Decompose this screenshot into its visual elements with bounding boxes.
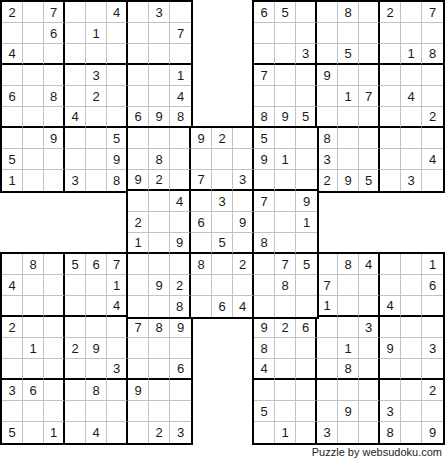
cell-bottom-left-r5c1[interactable] bbox=[2, 338, 23, 359]
cell-bottom-right-r5c5: 1 bbox=[338, 338, 359, 359]
cell-top-right-r3c9: 8 bbox=[422, 44, 443, 65]
cell-center-r8c6[interactable] bbox=[233, 275, 254, 296]
cell-bottom-right-r7c5[interactable] bbox=[338, 380, 359, 401]
cell-center-r1c2[interactable] bbox=[149, 128, 170, 149]
cell-top-right-r2c7[interactable] bbox=[380, 23, 401, 44]
cell-center-r8c1[interactable] bbox=[128, 275, 149, 296]
cell-top-left-r4c8[interactable] bbox=[149, 65, 170, 86]
cell-bottom-left-r1c1[interactable] bbox=[2, 254, 23, 275]
cell-top-right-r5c5: 1 bbox=[338, 86, 359, 107]
cell-center-r7c8: 7 bbox=[275, 254, 296, 275]
cell-bottom-left-r5c8[interactable] bbox=[149, 338, 170, 359]
cell-top-left-r7c4[interactable] bbox=[65, 128, 86, 149]
cell-top-left-r2c6[interactable] bbox=[107, 23, 128, 44]
cell-center-r4c3: 4 bbox=[170, 191, 191, 212]
cell-top-left-r5c9: 4 bbox=[170, 86, 191, 107]
cell-bottom-right-r5c7: 9 bbox=[380, 338, 401, 359]
cell-top-right-r6c4[interactable] bbox=[317, 107, 338, 128]
cell-top-right-r6c8[interactable] bbox=[401, 107, 422, 128]
cell-center-r2c1[interactable] bbox=[128, 149, 149, 170]
cell-bottom-left-r8c7[interactable] bbox=[128, 401, 149, 422]
cell-top-right-r2c6[interactable] bbox=[359, 23, 380, 44]
cell-center-r7c4: 8 bbox=[191, 254, 212, 275]
cell-bottom-right-r8c4[interactable] bbox=[317, 401, 338, 422]
cell-top-left-r9c3[interactable] bbox=[44, 170, 65, 191]
cell-bottom-right-r8c3[interactable] bbox=[296, 401, 317, 422]
cell-top-left-r4c3[interactable] bbox=[44, 65, 65, 86]
cell-top-left-r8c3[interactable] bbox=[44, 149, 65, 170]
cell-bottom-left-r8c1[interactable] bbox=[2, 401, 23, 422]
cell-top-right-r5c6: 7 bbox=[359, 86, 380, 107]
cell-center-r3c9[interactable] bbox=[296, 170, 317, 191]
cell-bottom-right-r4c8[interactable] bbox=[401, 317, 422, 338]
cell-center-r2c5[interactable] bbox=[212, 149, 233, 170]
cell-bottom-left-r5c3[interactable] bbox=[44, 338, 65, 359]
cell-bottom-left-r4c3[interactable] bbox=[44, 317, 65, 338]
cell-top-right-r1c4[interactable] bbox=[317, 2, 338, 23]
cell-bottom-left-r8c8[interactable] bbox=[149, 401, 170, 422]
cell-center-r2c8: 1 bbox=[275, 149, 296, 170]
cell-center-r8c9[interactable] bbox=[296, 275, 317, 296]
cell-center-r5c7[interactable] bbox=[254, 212, 275, 233]
cell-bottom-right-r4c7[interactable] bbox=[380, 317, 401, 338]
cell-top-left-r4c1[interactable] bbox=[2, 65, 23, 86]
cell-center-r4c8[interactable] bbox=[275, 191, 296, 212]
cell-top-right-r7c4: 8 bbox=[317, 128, 338, 149]
cell-bottom-left-r2c3[interactable] bbox=[44, 275, 65, 296]
cell-bottom-left-r5c6[interactable] bbox=[107, 338, 128, 359]
cell-bottom-right-r1c5: 8 bbox=[338, 254, 359, 275]
cell-center-r1c8[interactable] bbox=[275, 128, 296, 149]
cell-top-left-r7c5[interactable] bbox=[86, 128, 107, 149]
cell-center-r7c2[interactable] bbox=[149, 254, 170, 275]
cell-top-left-r1c9[interactable] bbox=[170, 2, 191, 23]
cell-bottom-left-r6c8[interactable] bbox=[149, 359, 170, 380]
cell-center-r5c5[interactable] bbox=[212, 212, 233, 233]
cell-bottom-right-r9c1[interactable] bbox=[254, 422, 275, 443]
cell-bottom-left-r3c1[interactable] bbox=[2, 296, 23, 317]
cell-center-r3c8[interactable] bbox=[275, 170, 296, 191]
cell-top-right-r8c7[interactable] bbox=[380, 149, 401, 170]
cell-top-right-r9c9[interactable] bbox=[422, 170, 443, 191]
cell-center-r3c1: 9 bbox=[128, 170, 149, 191]
cell-bottom-right-r7c1[interactable] bbox=[254, 380, 275, 401]
cell-top-right-r5c4[interactable] bbox=[317, 86, 338, 107]
cell-bottom-right-r9c5[interactable] bbox=[338, 422, 359, 443]
cell-center-r5c1: 2 bbox=[128, 212, 149, 233]
cell-top-left-r9c2[interactable] bbox=[23, 170, 44, 191]
cell-top-right-r1c8[interactable] bbox=[401, 2, 422, 23]
cell-top-left-r5c7[interactable] bbox=[128, 86, 149, 107]
cell-bottom-right-r5c2[interactable] bbox=[275, 338, 296, 359]
cell-top-left-r1c4[interactable] bbox=[65, 2, 86, 23]
cell-bottom-left-r2c1: 4 bbox=[2, 275, 23, 296]
cell-top-left-r3c7[interactable] bbox=[128, 44, 149, 65]
cell-bottom-right-r2c5[interactable] bbox=[338, 275, 359, 296]
cell-bottom-left-r7c3[interactable] bbox=[44, 380, 65, 401]
cell-bottom-right-r5c3[interactable] bbox=[296, 338, 317, 359]
cell-bottom-right-r3c5[interactable] bbox=[338, 296, 359, 317]
cell-top-right-r4c8[interactable] bbox=[401, 65, 422, 86]
cell-center-r7c7[interactable] bbox=[254, 254, 275, 275]
cell-top-right-r2c1[interactable] bbox=[254, 23, 275, 44]
cell-bottom-left-r1c6: 7 bbox=[107, 254, 128, 275]
cell-center-r3c7[interactable] bbox=[254, 170, 275, 191]
cell-bottom-right-r7c8[interactable] bbox=[401, 380, 422, 401]
cell-bottom-left-r2c5[interactable] bbox=[86, 275, 107, 296]
cell-center-r8c5[interactable] bbox=[212, 275, 233, 296]
cell-center-r9c2[interactable] bbox=[149, 296, 170, 317]
cell-top-left-r9c4: 3 bbox=[65, 170, 86, 191]
cell-bottom-left-r4c7: 7 bbox=[128, 317, 149, 338]
cell-bottom-left-r8c5[interactable] bbox=[86, 401, 107, 422]
puzzle-credit: Puzzle by websudoku.com bbox=[312, 446, 442, 458]
cell-top-left-r7c6: 5 bbox=[107, 128, 128, 149]
cell-center-r5c8[interactable] bbox=[275, 212, 296, 233]
cell-top-left-r6c3[interactable] bbox=[44, 107, 65, 128]
cell-top-right-r5c7[interactable] bbox=[380, 86, 401, 107]
cell-bottom-left-r3c6: 4 bbox=[107, 296, 128, 317]
cell-center-r1c5: 2 bbox=[212, 128, 233, 149]
cell-top-right-r8c6[interactable] bbox=[359, 149, 380, 170]
cell-bottom-left-r2c4[interactable] bbox=[65, 275, 86, 296]
cell-top-right-r3c2[interactable] bbox=[275, 44, 296, 65]
cell-center-r3c3[interactable] bbox=[170, 170, 191, 191]
cell-bottom-right-r8c8[interactable] bbox=[401, 401, 422, 422]
cell-center-r9c9[interactable] bbox=[296, 296, 317, 317]
cell-top-left-r7c3: 9 bbox=[44, 128, 65, 149]
cell-center-r3c4: 7 bbox=[191, 170, 212, 191]
cell-top-right-r5c2[interactable] bbox=[275, 86, 296, 107]
cell-top-left-r9c6: 8 bbox=[107, 170, 128, 191]
cell-top-right-r9c6: 5 bbox=[359, 170, 380, 191]
cell-center-r4c1[interactable] bbox=[128, 191, 149, 212]
cell-center-r2c9[interactable] bbox=[296, 149, 317, 170]
cell-top-right-r4c2[interactable] bbox=[275, 65, 296, 86]
cell-center-r3c5[interactable] bbox=[212, 170, 233, 191]
cell-bottom-right-r8c5: 9 bbox=[338, 401, 359, 422]
cell-bottom-left-r9c7[interactable] bbox=[128, 422, 149, 443]
cell-bottom-right-r7c3[interactable] bbox=[296, 380, 317, 401]
cell-top-left-r4c4[interactable] bbox=[65, 65, 86, 86]
cell-bottom-right-r7c9: 2 bbox=[422, 380, 443, 401]
cell-center-r4c2[interactable] bbox=[149, 191, 170, 212]
cell-top-right-r7c5[interactable] bbox=[338, 128, 359, 149]
cell-bottom-left-r4c6[interactable] bbox=[107, 317, 128, 338]
cell-bottom-left-r6c5[interactable] bbox=[86, 359, 107, 380]
cell-center-r6c6[interactable] bbox=[233, 233, 254, 254]
cell-bottom-right-r2c6[interactable] bbox=[359, 275, 380, 296]
cell-top-right-r4c1: 7 bbox=[254, 65, 275, 86]
cell-center-r2c6[interactable] bbox=[233, 149, 254, 170]
cell-bottom-right-r2c7[interactable] bbox=[380, 275, 401, 296]
cell-bottom-left-r8c2[interactable] bbox=[23, 401, 44, 422]
cell-top-left-r2c1[interactable] bbox=[2, 23, 23, 44]
cell-top-left-r7c1[interactable] bbox=[2, 128, 23, 149]
cell-bottom-right-r4c4[interactable] bbox=[317, 317, 338, 338]
cell-top-right-r4c3[interactable] bbox=[296, 65, 317, 86]
cell-top-right-r6c6[interactable] bbox=[359, 107, 380, 128]
cell-center-r6c2[interactable] bbox=[149, 233, 170, 254]
cell-top-left-r3c9[interactable] bbox=[170, 44, 191, 65]
cell-bottom-right-r2c4: 7 bbox=[317, 275, 338, 296]
cell-bottom-right-r5c1: 8 bbox=[254, 338, 275, 359]
cell-bottom-left-r6c2[interactable] bbox=[23, 359, 44, 380]
cell-bottom-right-r5c8[interactable] bbox=[401, 338, 422, 359]
cell-center-r1c6[interactable] bbox=[233, 128, 254, 149]
cell-bottom-right-r5c9: 3 bbox=[422, 338, 443, 359]
cell-top-right-r4c7[interactable] bbox=[380, 65, 401, 86]
cell-bottom-right-r6c6[interactable] bbox=[359, 359, 380, 380]
cell-top-left-r1c7[interactable] bbox=[128, 2, 149, 23]
cell-bottom-left-r7c8[interactable] bbox=[149, 380, 170, 401]
cell-bottom-left-r8c9[interactable] bbox=[170, 401, 191, 422]
cell-center-r9c5: 6 bbox=[212, 296, 233, 317]
cell-center-r1c9[interactable] bbox=[296, 128, 317, 149]
cell-top-right-r4c4: 9 bbox=[317, 65, 338, 86]
cell-bottom-right-r4c9[interactable] bbox=[422, 317, 443, 338]
cell-center-r3c6: 3 bbox=[233, 170, 254, 191]
cell-bottom-right-r6c3[interactable] bbox=[296, 359, 317, 380]
cell-top-left-r2c8[interactable] bbox=[149, 23, 170, 44]
cell-top-left-r1c2[interactable] bbox=[23, 2, 44, 23]
cell-top-left-r5c5: 2 bbox=[86, 86, 107, 107]
cell-bottom-left-r7c6[interactable] bbox=[107, 380, 128, 401]
cell-bottom-right-r6c2[interactable] bbox=[275, 359, 296, 380]
cell-bottom-right-r2c8[interactable] bbox=[401, 275, 422, 296]
cell-top-left-r6c2[interactable] bbox=[23, 107, 44, 128]
cell-top-left-r2c4[interactable] bbox=[65, 23, 86, 44]
cell-top-right-r1c3[interactable] bbox=[296, 2, 317, 23]
cell-bottom-right-r8c6[interactable] bbox=[359, 401, 380, 422]
cell-center-r4c4[interactable] bbox=[191, 191, 212, 212]
cell-bottom-left-r4c9: 9 bbox=[170, 317, 191, 338]
cell-top-left-r3c8[interactable] bbox=[149, 44, 170, 65]
cell-bottom-right-r7c4[interactable] bbox=[317, 380, 338, 401]
cell-center-r7c5[interactable] bbox=[212, 254, 233, 275]
cell-top-right-r3c6[interactable] bbox=[359, 44, 380, 65]
cell-top-left-r8c4[interactable] bbox=[65, 149, 86, 170]
cell-top-right-r5c9[interactable] bbox=[422, 86, 443, 107]
cell-top-left-r9c5[interactable] bbox=[86, 170, 107, 191]
cell-bottom-right-r8c9[interactable] bbox=[422, 401, 443, 422]
cell-bottom-left-r3c3[interactable] bbox=[44, 296, 65, 317]
cell-center-r9c3: 8 bbox=[170, 296, 191, 317]
cell-bottom-right-r6c7[interactable] bbox=[380, 359, 401, 380]
cell-top-right-r2c2[interactable] bbox=[275, 23, 296, 44]
cell-top-left-r7c2[interactable] bbox=[23, 128, 44, 149]
cell-bottom-left-r6c1[interactable] bbox=[2, 359, 23, 380]
cell-top-left-r1c5[interactable] bbox=[86, 2, 107, 23]
cell-center-r8c3: 2 bbox=[170, 275, 191, 296]
cell-center-r1c1[interactable] bbox=[128, 128, 149, 149]
cell-center-r8c7[interactable] bbox=[254, 275, 275, 296]
cell-bottom-right-r1c4[interactable] bbox=[317, 254, 338, 275]
cell-bottom-left-r8c3[interactable] bbox=[44, 401, 65, 422]
cell-bottom-left-r8c6[interactable] bbox=[107, 401, 128, 422]
cell-center-r2c4[interactable] bbox=[191, 149, 212, 170]
board: 2743617431682446989559813892658273518791… bbox=[0, 0, 445, 445]
cell-top-right-r2c5[interactable] bbox=[338, 23, 359, 44]
cell-bottom-left-r7c2: 6 bbox=[23, 380, 44, 401]
cell-bottom-right-r7c7[interactable] bbox=[380, 380, 401, 401]
cell-bottom-right-r9c6[interactable] bbox=[359, 422, 380, 443]
cell-bottom-right-r6c5: 8 bbox=[338, 359, 359, 380]
cell-top-left-r4c9: 1 bbox=[170, 65, 191, 86]
cell-top-right-r6c7[interactable] bbox=[380, 107, 401, 128]
cell-bottom-right-r3c6[interactable] bbox=[359, 296, 380, 317]
cell-bottom-left-r6c4[interactable] bbox=[65, 359, 86, 380]
cell-bottom-left-r5c4: 2 bbox=[65, 338, 86, 359]
cell-top-left-r3c6[interactable] bbox=[107, 44, 128, 65]
cell-top-left-r3c4[interactable] bbox=[65, 44, 86, 65]
cell-top-right-r2c4[interactable] bbox=[317, 23, 338, 44]
cell-center-r4c6[interactable] bbox=[233, 191, 254, 212]
cell-top-right-r6c5[interactable] bbox=[338, 107, 359, 128]
cell-top-left-r3c3[interactable] bbox=[44, 44, 65, 65]
cell-center-r9c4[interactable] bbox=[191, 296, 212, 317]
cell-top-left-r5c2[interactable] bbox=[23, 86, 44, 107]
cell-top-left-r3c5[interactable] bbox=[86, 44, 107, 65]
cell-top-right-r4c6[interactable] bbox=[359, 65, 380, 86]
cell-top-left-r2c3: 6 bbox=[44, 23, 65, 44]
cell-bottom-right-r4c6: 3 bbox=[359, 317, 380, 338]
cell-center-r6c9[interactable] bbox=[296, 233, 317, 254]
cell-top-left-r6c9: 8 bbox=[170, 107, 191, 128]
cell-top-right-r7c6[interactable] bbox=[359, 128, 380, 149]
cell-center-r2c3[interactable] bbox=[170, 149, 191, 170]
cell-top-left-r8c2[interactable] bbox=[23, 149, 44, 170]
cell-bottom-left-r7c9[interactable] bbox=[170, 380, 191, 401]
cell-top-left-r5c6[interactable] bbox=[107, 86, 128, 107]
cell-bottom-right-r5c4[interactable] bbox=[317, 338, 338, 359]
cell-center-r8c8: 8 bbox=[275, 275, 296, 296]
cell-top-left-r4c7[interactable] bbox=[128, 65, 149, 86]
cell-top-right-r1c6[interactable] bbox=[359, 2, 380, 23]
cell-bottom-left-r3c2[interactable] bbox=[23, 296, 44, 317]
cell-bottom-left-r4c2[interactable] bbox=[23, 317, 44, 338]
cell-bottom-left-r4c4[interactable] bbox=[65, 317, 86, 338]
cell-bottom-left-r5c7[interactable] bbox=[128, 338, 149, 359]
cell-center-r2c7: 9 bbox=[254, 149, 275, 170]
cell-center-r8c2: 9 bbox=[149, 275, 170, 296]
cell-bottom-right-r7c6[interactable] bbox=[359, 380, 380, 401]
cell-top-right-r2c3[interactable] bbox=[296, 23, 317, 44]
cell-bottom-left-r6c7[interactable] bbox=[128, 359, 149, 380]
cell-center-r5c2[interactable] bbox=[149, 212, 170, 233]
cell-bottom-left-r4c8: 8 bbox=[149, 317, 170, 338]
cell-center-r7c9: 5 bbox=[296, 254, 317, 275]
cell-bottom-left-r6c3[interactable] bbox=[44, 359, 65, 380]
cell-top-right-r3c4[interactable] bbox=[317, 44, 338, 65]
cell-bottom-right-r7c2[interactable] bbox=[275, 380, 296, 401]
cell-center-r9c7[interactable] bbox=[254, 296, 275, 317]
cell-bottom-right-r9c3[interactable] bbox=[296, 422, 317, 443]
cell-bottom-right-r8c2[interactable] bbox=[275, 401, 296, 422]
cell-top-right-r7c7[interactable] bbox=[380, 128, 401, 149]
cell-top-left-r6c6[interactable] bbox=[107, 107, 128, 128]
cell-bottom-right-r6c8[interactable] bbox=[401, 359, 422, 380]
cell-top-left-r6c8: 9 bbox=[149, 107, 170, 128]
cell-top-left-r3c2[interactable] bbox=[23, 44, 44, 65]
cell-bottom-right-r3c9[interactable] bbox=[422, 296, 443, 317]
cell-bottom-right-r1c8[interactable] bbox=[401, 254, 422, 275]
cell-top-left-r5c8[interactable] bbox=[149, 86, 170, 107]
cell-top-right-r5c1[interactable] bbox=[254, 86, 275, 107]
cell-center-r9c1[interactable] bbox=[128, 296, 149, 317]
cell-top-right-r1c7: 2 bbox=[380, 2, 401, 23]
cell-bottom-left-r9c6[interactable] bbox=[107, 422, 128, 443]
cell-bottom-left-r3c4[interactable] bbox=[65, 296, 86, 317]
cell-bottom-right-r6c9[interactable] bbox=[422, 359, 443, 380]
cell-bottom-left-r9c2[interactable] bbox=[23, 422, 44, 443]
cell-bottom-left-r1c2: 8 bbox=[23, 254, 44, 275]
cell-bottom-left-r5c9[interactable] bbox=[170, 338, 191, 359]
cell-bottom-left-r8c4[interactable] bbox=[65, 401, 86, 422]
cell-center-r9c8[interactable] bbox=[275, 296, 296, 317]
cell-top-right-r3c7[interactable] bbox=[380, 44, 401, 65]
cell-top-right-r7c9[interactable] bbox=[422, 128, 443, 149]
cell-bottom-right-r6c4[interactable] bbox=[317, 359, 338, 380]
cell-top-right-r4c5[interactable] bbox=[338, 65, 359, 86]
cell-center-r6c4[interactable] bbox=[191, 233, 212, 254]
cell-bottom-left-r1c3[interactable] bbox=[44, 254, 65, 275]
cell-top-right-r9c7[interactable] bbox=[380, 170, 401, 191]
cell-top-right-r8c8[interactable] bbox=[401, 149, 422, 170]
cell-bottom-left-r3c5[interactable] bbox=[86, 296, 107, 317]
cell-top-right-r3c5: 5 bbox=[338, 44, 359, 65]
cell-bottom-left-r2c2[interactable] bbox=[23, 275, 44, 296]
cell-bottom-left-r4c5[interactable] bbox=[86, 317, 107, 338]
cell-bottom-left-r9c8: 2 bbox=[149, 422, 170, 443]
cell-center-r1c3[interactable] bbox=[170, 128, 191, 149]
cell-top-right-r8c9: 4 bbox=[422, 149, 443, 170]
cell-top-left-r6c1[interactable] bbox=[2, 107, 23, 128]
cell-bottom-left-r9c4[interactable] bbox=[65, 422, 86, 443]
cell-top-right-r3c8: 1 bbox=[401, 44, 422, 65]
cell-top-right-r5c3[interactable] bbox=[296, 86, 317, 107]
cell-top-right-r8c5[interactable] bbox=[338, 149, 359, 170]
cell-top-right-r4c9[interactable] bbox=[422, 65, 443, 86]
cell-top-left-r6c5[interactable] bbox=[86, 107, 107, 128]
cell-top-right-r2c8[interactable] bbox=[401, 23, 422, 44]
cell-bottom-right-r5c6[interactable] bbox=[359, 338, 380, 359]
cell-center-r6c8[interactable] bbox=[275, 233, 296, 254]
cell-top-left-r2c7[interactable] bbox=[128, 23, 149, 44]
cell-top-left-r4c6[interactable] bbox=[107, 65, 128, 86]
cell-center-r8c4[interactable] bbox=[191, 275, 212, 296]
cell-center-r6c3: 9 bbox=[170, 233, 191, 254]
cell-top-left-r2c5: 1 bbox=[86, 23, 107, 44]
cell-top-left-r8c5[interactable] bbox=[86, 149, 107, 170]
cell-bottom-right-r4c5[interactable] bbox=[338, 317, 359, 338]
cell-top-right-r2c9[interactable] bbox=[422, 23, 443, 44]
cell-bottom-right-r1c7[interactable] bbox=[380, 254, 401, 275]
cell-top-left-r4c2[interactable] bbox=[23, 65, 44, 86]
cell-center-r6c5: 5 bbox=[212, 233, 233, 254]
cell-top-right-r3c1[interactable] bbox=[254, 44, 275, 65]
cell-center-r7c1[interactable] bbox=[128, 254, 149, 275]
cell-bottom-left-r7c4[interactable] bbox=[65, 380, 86, 401]
cell-top-left-r6c7: 6 bbox=[128, 107, 149, 128]
cell-bottom-right-r9c8[interactable] bbox=[401, 422, 422, 443]
cell-center-r5c3[interactable] bbox=[170, 212, 191, 233]
cell-top-left-r2c2[interactable] bbox=[23, 23, 44, 44]
cell-center-r7c3[interactable] bbox=[170, 254, 191, 275]
cell-top-left-r5c4[interactable] bbox=[65, 86, 86, 107]
cell-bottom-right-r3c8[interactable] bbox=[401, 296, 422, 317]
cell-top-right-r7c8[interactable] bbox=[401, 128, 422, 149]
